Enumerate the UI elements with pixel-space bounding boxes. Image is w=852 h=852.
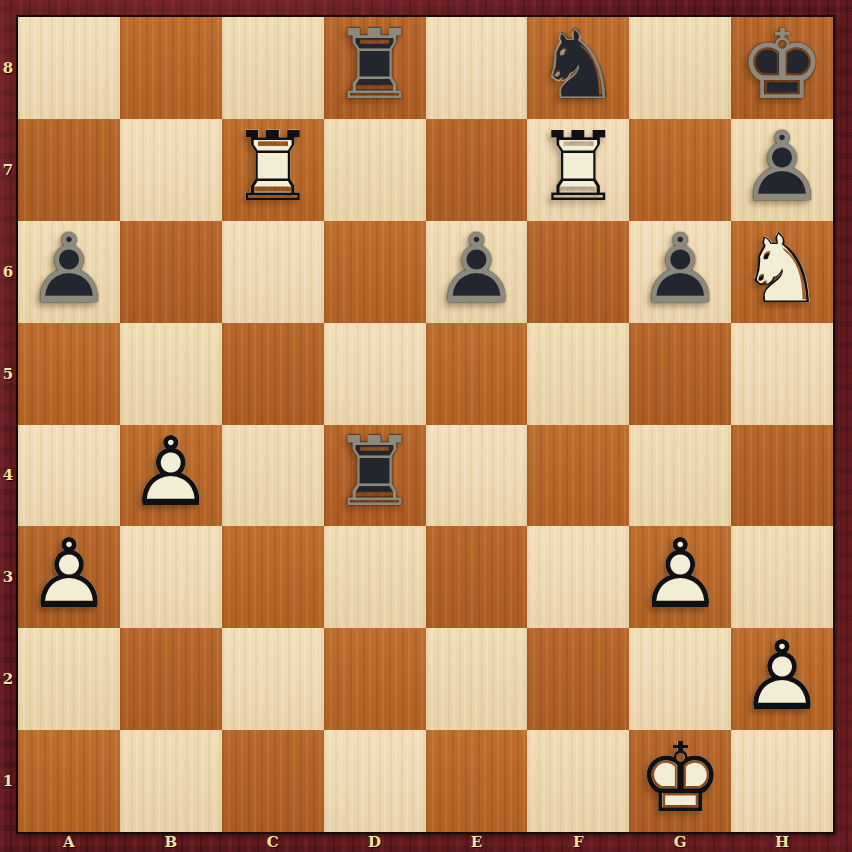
piece-glyph-outline: ♖: [324, 14, 426, 116]
piece-glyph-outline: ♙: [629, 218, 731, 320]
rank-label-8: 8: [3, 59, 13, 77]
square-d1[interactable]: [324, 730, 426, 832]
square-c4[interactable]: [222, 425, 324, 527]
file-label-f: F: [573, 833, 584, 851]
piece-white-pawn-h2[interactable]: ♟♙: [731, 628, 833, 730]
square-e5[interactable]: [426, 323, 528, 425]
square-h5[interactable]: [731, 323, 833, 425]
square-h3[interactable]: [731, 526, 833, 628]
rank-label-6: 6: [3, 263, 13, 281]
rank-label-3: 3: [3, 568, 13, 586]
square-c8[interactable]: [222, 17, 324, 119]
square-f5[interactable]: [527, 323, 629, 425]
square-e3[interactable]: [426, 526, 528, 628]
square-b5[interactable]: [120, 323, 222, 425]
square-d3[interactable]: [324, 526, 426, 628]
square-f8[interactable]: ♞♘: [527, 17, 629, 119]
rank-labels: 87654321: [0, 17, 16, 832]
piece-black-pawn-h7[interactable]: ♟♙: [731, 119, 833, 221]
square-b8[interactable]: [120, 17, 222, 119]
square-f4[interactable]: [527, 425, 629, 527]
piece-white-knight-h6[interactable]: ♞♘: [731, 221, 833, 323]
piece-black-rook-d4[interactable]: ♜♖: [324, 425, 426, 527]
square-a7[interactable]: [18, 119, 120, 221]
square-d2[interactable]: [324, 628, 426, 730]
square-h6[interactable]: ♞♘: [731, 221, 833, 323]
square-e7[interactable]: [426, 119, 528, 221]
piece-white-rook-f7[interactable]: ♜♖: [527, 119, 629, 221]
piece-glyph-outline: ♔: [731, 14, 833, 116]
square-g5[interactable]: [629, 323, 731, 425]
square-e6[interactable]: ♟♙: [426, 221, 528, 323]
square-c6[interactable]: [222, 221, 324, 323]
piece-glyph-outline: ♖: [324, 422, 426, 524]
piece-glyph-outline: ♖: [527, 116, 629, 218]
piece-white-pawn-a3[interactable]: ♟♙: [18, 526, 120, 628]
board-frame: ♜♖♞♘♚♔♜♖♜♖♟♙♟♙♟♙♟♙♞♘♟♙♜♖♟♙♟♙♟♙♚♔ 8765432…: [0, 0, 852, 852]
square-b2[interactable]: [120, 628, 222, 730]
square-d6[interactable]: [324, 221, 426, 323]
square-e1[interactable]: [426, 730, 528, 832]
square-c1[interactable]: [222, 730, 324, 832]
piece-white-pawn-b4[interactable]: ♟♙: [120, 425, 222, 527]
square-c7[interactable]: ♜♖: [222, 119, 324, 221]
square-h8[interactable]: ♚♔: [731, 17, 833, 119]
file-label-c: C: [267, 833, 279, 851]
rank-label-1: 1: [3, 772, 13, 790]
square-f1[interactable]: [527, 730, 629, 832]
piece-glyph-outline: ♙: [18, 218, 120, 320]
piece-black-pawn-g6[interactable]: ♟♙: [629, 221, 731, 323]
piece-glyph-outline: ♘: [731, 218, 833, 320]
file-label-h: H: [775, 833, 789, 851]
square-b7[interactable]: [120, 119, 222, 221]
square-e4[interactable]: [426, 425, 528, 527]
piece-glyph-outline: ♙: [629, 523, 731, 625]
square-c5[interactable]: [222, 323, 324, 425]
square-g7[interactable]: [629, 119, 731, 221]
square-g4[interactable]: [629, 425, 731, 527]
piece-glyph-outline: ♘: [527, 14, 629, 116]
square-a5[interactable]: [18, 323, 120, 425]
rank-label-7: 7: [3, 161, 13, 179]
square-d5[interactable]: [324, 323, 426, 425]
piece-white-king-g1[interactable]: ♚♔: [629, 730, 731, 832]
piece-black-knight-f8[interactable]: ♞♘: [527, 17, 629, 119]
file-label-g: G: [674, 833, 687, 851]
rank-label-4: 4: [3, 466, 13, 484]
square-b1[interactable]: [120, 730, 222, 832]
piece-black-pawn-e6[interactable]: ♟♙: [426, 221, 528, 323]
square-h7[interactable]: ♟♙: [731, 119, 833, 221]
square-a8[interactable]: [18, 17, 120, 119]
square-h1[interactable]: [731, 730, 833, 832]
file-label-e: E: [471, 833, 482, 851]
square-f7[interactable]: ♜♖: [527, 119, 629, 221]
file-label-d: D: [368, 833, 381, 851]
piece-black-king-h8[interactable]: ♚♔: [731, 17, 833, 119]
square-d4[interactable]: ♜♖: [324, 425, 426, 527]
square-h4[interactable]: [731, 425, 833, 527]
square-f2[interactable]: [527, 628, 629, 730]
square-b4[interactable]: ♟♙: [120, 425, 222, 527]
file-labels: ABCDEFGH: [18, 832, 833, 852]
piece-glyph-outline: ♙: [731, 625, 833, 727]
square-e8[interactable]: [426, 17, 528, 119]
square-f6[interactable]: [527, 221, 629, 323]
square-c3[interactable]: [222, 526, 324, 628]
square-c2[interactable]: [222, 628, 324, 730]
square-g6[interactable]: ♟♙: [629, 221, 731, 323]
piece-black-rook-d8[interactable]: ♜♖: [324, 17, 426, 119]
piece-white-rook-c7[interactable]: ♜♖: [222, 119, 324, 221]
square-h2[interactable]: ♟♙: [731, 628, 833, 730]
square-b6[interactable]: [120, 221, 222, 323]
square-a2[interactable]: [18, 628, 120, 730]
square-f3[interactable]: [527, 526, 629, 628]
square-g1[interactable]: ♚♔: [629, 730, 731, 832]
piece-glyph-outline: ♙: [120, 422, 222, 524]
piece-glyph-outline: ♔: [629, 727, 731, 829]
piece-glyph-outline: ♖: [222, 116, 324, 218]
rank-label-2: 2: [3, 670, 13, 688]
piece-black-pawn-a6[interactable]: ♟♙: [18, 221, 120, 323]
piece-white-pawn-g3[interactable]: ♟♙: [629, 526, 731, 628]
square-g3[interactable]: ♟♙: [629, 526, 731, 628]
square-a6[interactable]: ♟♙: [18, 221, 120, 323]
chess-board: ♜♖♞♘♚♔♜♖♜♖♟♙♟♙♟♙♟♙♞♘♟♙♜♖♟♙♟♙♟♙♚♔: [16, 15, 835, 834]
piece-glyph-outline: ♙: [18, 523, 120, 625]
square-d8[interactable]: ♜♖: [324, 17, 426, 119]
square-d7[interactable]: [324, 119, 426, 221]
piece-glyph-outline: ♙: [426, 218, 528, 320]
square-g8[interactable]: [629, 17, 731, 119]
square-a3[interactable]: ♟♙: [18, 526, 120, 628]
square-g2[interactable]: [629, 628, 731, 730]
square-b3[interactable]: [120, 526, 222, 628]
square-a1[interactable]: [18, 730, 120, 832]
rank-label-5: 5: [3, 365, 13, 383]
file-label-a: A: [63, 833, 75, 851]
file-label-b: B: [164, 833, 177, 851]
piece-glyph-outline: ♙: [731, 116, 833, 218]
square-e2[interactable]: [426, 628, 528, 730]
square-a4[interactable]: [18, 425, 120, 527]
